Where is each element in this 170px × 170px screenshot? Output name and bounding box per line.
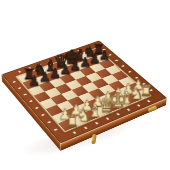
coordinate-marker-dot [137,104,141,106]
coordinate-marker-dot [121,65,124,67]
coordinate-marker-dot [54,128,58,131]
coordinate-marker-dot [147,100,151,102]
chess-set-product-photo: ♜♞♝♛♚♝♞♜♟♟♟♟♟♟♟♟♟♟♟♟♟♟♟♟♜♞♝♛♚♝♞♜ [0,0,170,170]
coordinate-marker-dot [84,127,88,130]
coordinate-marker-dot [142,83,146,85]
coordinate-marker-dot [48,60,51,62]
coordinate-marker-dot [106,117,110,120]
coordinate-marker-dot [35,107,39,109]
coordinate-marker-dot [135,77,139,79]
coordinate-marker-dot [116,113,120,115]
square-a8: ♜ [17,73,33,83]
square-h3 [118,77,135,87]
coordinate-marker-dot [23,93,27,95]
coordinate-marker-dot [102,49,105,51]
coordinate-marker-dot [87,47,90,49]
coordinate-marker-dot [28,67,31,69]
coordinate-marker-dot [149,89,153,91]
coordinate-marker-dot [77,50,80,52]
coordinate-marker-dot [38,64,41,66]
coordinate-marker-dot [68,53,71,55]
coordinate-marker-dot [127,109,131,111]
coordinate-marker-dot [115,59,118,61]
coordinate-marker-dot [47,121,51,124]
coordinate-marker-dot [95,122,99,125]
coordinate-marker-dot [41,114,45,117]
coordinate-marker-dot [128,71,132,73]
coordinate-marker-dot [18,87,22,89]
coordinate-marker-dot [108,54,111,56]
coordinate-marker-dot [58,57,61,59]
coordinate-marker-dot [29,100,33,102]
coordinate-marker-dot [18,71,21,73]
coordinate-marker-dot [12,81,15,83]
square-h4 [112,71,128,81]
coordinate-marker-dot [73,131,77,134]
